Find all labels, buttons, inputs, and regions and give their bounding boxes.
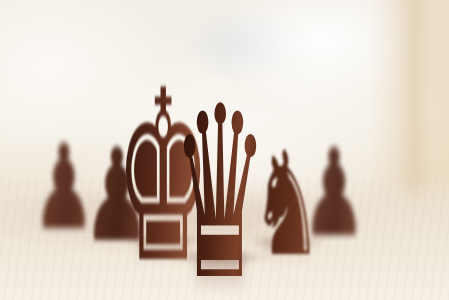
black-pawn-piece-right: ♟ xyxy=(301,133,366,254)
chess-pieces-photo: ♟ ♟ ♚ ♛ ♞ ♟ xyxy=(0,0,449,300)
